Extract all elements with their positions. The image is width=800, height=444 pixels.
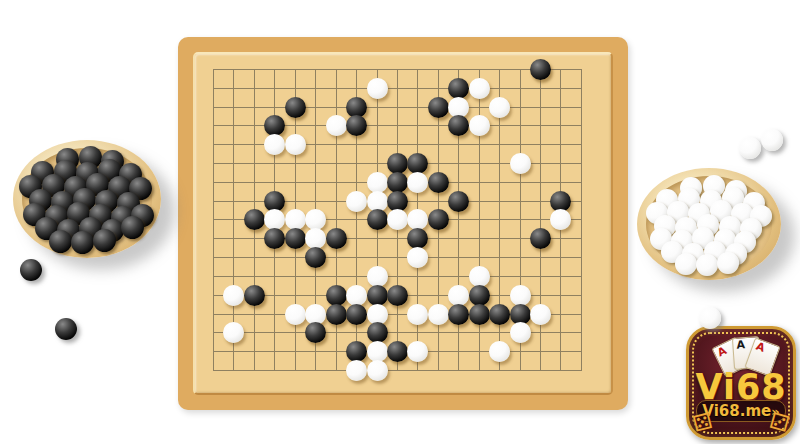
- white-stray-stone: [699, 307, 721, 329]
- board-grid[interactable]: [213, 69, 582, 371]
- logo-domain-text: Vi68.me: [702, 402, 771, 420]
- white-stone: [387, 209, 408, 230]
- black-stone: [305, 247, 326, 268]
- black-stone: [387, 341, 408, 362]
- white-stone: [530, 304, 551, 325]
- black-stone: [326, 285, 347, 306]
- white-stone: [510, 322, 531, 343]
- white-stone: [407, 172, 428, 193]
- white-bowl-stone: [675, 253, 697, 275]
- black-stone: [428, 172, 449, 193]
- black-bowl-stone: [121, 216, 144, 239]
- white-stone: [367, 172, 388, 193]
- white-stone: [326, 115, 347, 136]
- black-stone: [244, 209, 265, 230]
- white-stone: [550, 209, 571, 230]
- go-board: [178, 37, 628, 410]
- black-stone: [428, 209, 449, 230]
- black-stone: [530, 228, 551, 249]
- white-bowl-stone: [696, 254, 718, 276]
- white-stone: [428, 304, 449, 325]
- black-stone: [346, 341, 367, 362]
- white-stone: [407, 341, 428, 362]
- black-stone: [346, 115, 367, 136]
- white-stone: [346, 360, 367, 381]
- white-stone: [367, 78, 388, 99]
- black-stone: [387, 285, 408, 306]
- white-stone: [469, 78, 490, 99]
- white-stone: [223, 322, 244, 343]
- black-stone: [448, 78, 469, 99]
- white-stone: [285, 304, 306, 325]
- black-bowl-stone: [49, 230, 72, 253]
- white-stone: [367, 341, 388, 362]
- black-stone: [367, 209, 388, 230]
- white-stray-stone: [739, 137, 761, 159]
- black-stone: [448, 115, 469, 136]
- black-stone: [530, 59, 551, 80]
- white-bowl-stone: [717, 252, 739, 274]
- black-stone: [448, 304, 469, 325]
- black-stone: [469, 304, 490, 325]
- black-stone: [264, 228, 285, 249]
- white-stone: [346, 285, 367, 306]
- black-bowl-stone: [93, 229, 116, 252]
- white-stone: [510, 153, 531, 174]
- white-stone: [285, 134, 306, 155]
- white-stone: [264, 134, 285, 155]
- black-bowl-stone: [71, 231, 94, 254]
- black-stray-stone: [55, 318, 77, 340]
- white-stray-stone: [761, 129, 783, 151]
- white-stone: [510, 285, 531, 306]
- black-stone: [305, 322, 326, 343]
- white-stone: [367, 266, 388, 287]
- black-stone: [407, 153, 428, 174]
- black-stone: [326, 228, 347, 249]
- white-stone: [489, 341, 510, 362]
- black-stone: [367, 285, 388, 306]
- white-stone: [469, 115, 490, 136]
- white-stone-bowl: [637, 168, 781, 280]
- black-stone: [428, 97, 449, 118]
- black-stone: [346, 304, 367, 325]
- white-stone: [448, 285, 469, 306]
- white-stone: [407, 304, 428, 325]
- black-stone: [469, 285, 490, 306]
- black-stone-bowl: [13, 140, 161, 258]
- black-stone: [285, 228, 306, 249]
- black-stone: [285, 97, 306, 118]
- white-stone: [407, 247, 428, 268]
- black-stray-stone: [20, 259, 42, 281]
- white-stone: [367, 360, 388, 381]
- black-stone: [387, 153, 408, 174]
- white-stone: [469, 266, 490, 287]
- black-stone: [244, 285, 265, 306]
- black-stone: [489, 304, 510, 325]
- black-stone: [326, 304, 347, 325]
- white-stone: [346, 191, 367, 212]
- black-stone: [448, 191, 469, 212]
- black-stone: [387, 172, 408, 193]
- white-stone: [223, 285, 244, 306]
- vi68-logo[interactable]: A A A Vi68 Vi68.me» ⚄ ⚂: [686, 326, 796, 440]
- white-stone: [489, 97, 510, 118]
